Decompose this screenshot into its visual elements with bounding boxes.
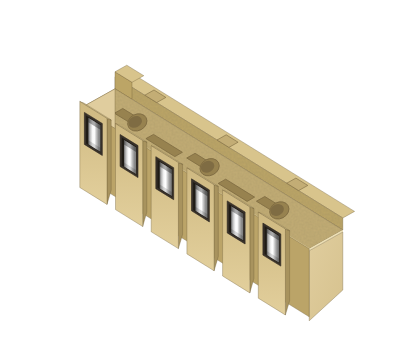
- terminal-block-figure: [0, 0, 400, 342]
- product-photo-canvas: [0, 0, 400, 342]
- terminal-4: [187, 168, 218, 271]
- terminal-2: [116, 124, 147, 227]
- terminal-5: [223, 190, 254, 293]
- terminal-1: [80, 102, 111, 205]
- terminal-block-photo: [0, 0, 400, 342]
- terminal-6: [258, 212, 289, 315]
- terminal-3: [151, 146, 182, 249]
